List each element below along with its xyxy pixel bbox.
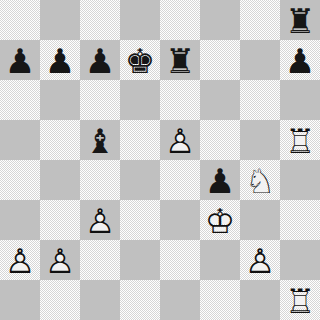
square-g3[interactable] bbox=[240, 200, 280, 240]
white-rook-outline-glyph: ♖ bbox=[280, 120, 320, 160]
square-a6[interactable] bbox=[0, 80, 40, 120]
square-a4[interactable] bbox=[0, 160, 40, 200]
piece-black-bishop: ♝ bbox=[80, 120, 120, 160]
square-h5[interactable]: ♜♖ bbox=[280, 120, 320, 160]
black-king-glyph: ♚ bbox=[120, 40, 160, 80]
piece-black-pawn: ♟ bbox=[200, 160, 240, 200]
piece-white-pawn: ♟♙ bbox=[80, 200, 120, 240]
square-h2[interactable] bbox=[280, 240, 320, 280]
piece-black-rook: ♜ bbox=[280, 0, 320, 40]
piece-white-rook: ♜♖ bbox=[280, 120, 320, 160]
white-rook-outline-glyph: ♖ bbox=[280, 280, 320, 320]
square-b8[interactable] bbox=[40, 0, 80, 40]
square-d6[interactable] bbox=[120, 80, 160, 120]
square-h6[interactable] bbox=[280, 80, 320, 120]
white-pawn-outline-glyph: ♙ bbox=[160, 120, 200, 160]
square-a3[interactable] bbox=[0, 200, 40, 240]
piece-white-knight: ♞♘ bbox=[240, 160, 280, 200]
black-pawn-glyph: ♟ bbox=[280, 40, 320, 80]
square-d8[interactable] bbox=[120, 0, 160, 40]
black-pawn-glyph: ♟ bbox=[200, 160, 240, 200]
square-f7[interactable] bbox=[200, 40, 240, 80]
piece-white-pawn: ♟♙ bbox=[160, 120, 200, 160]
white-king-outline-glyph: ♔ bbox=[200, 200, 240, 240]
square-b6[interactable] bbox=[40, 80, 80, 120]
square-h3[interactable] bbox=[280, 200, 320, 240]
black-pawn-glyph: ♟ bbox=[40, 40, 80, 80]
square-e7[interactable]: ♜ bbox=[160, 40, 200, 80]
square-b7[interactable]: ♟ bbox=[40, 40, 80, 80]
square-e3[interactable] bbox=[160, 200, 200, 240]
square-b2[interactable]: ♟♙ bbox=[40, 240, 80, 280]
square-h8[interactable]: ♜ bbox=[280, 0, 320, 40]
square-e8[interactable] bbox=[160, 0, 200, 40]
piece-black-pawn: ♟ bbox=[40, 40, 80, 80]
square-d5[interactable] bbox=[120, 120, 160, 160]
white-knight-outline-glyph: ♘ bbox=[240, 160, 280, 200]
square-d3[interactable] bbox=[120, 200, 160, 240]
square-g4[interactable]: ♞♘ bbox=[240, 160, 280, 200]
piece-black-pawn: ♟ bbox=[80, 40, 120, 80]
piece-white-rook: ♜♖ bbox=[280, 280, 320, 320]
black-bishop-glyph: ♝ bbox=[80, 120, 120, 160]
square-d1[interactable] bbox=[120, 280, 160, 320]
piece-white-pawn: ♟♙ bbox=[240, 240, 280, 280]
square-d4[interactable] bbox=[120, 160, 160, 200]
square-e6[interactable] bbox=[160, 80, 200, 120]
square-b4[interactable] bbox=[40, 160, 80, 200]
square-c2[interactable] bbox=[80, 240, 120, 280]
square-d2[interactable] bbox=[120, 240, 160, 280]
square-a2[interactable]: ♟♙ bbox=[0, 240, 40, 280]
square-b5[interactable] bbox=[40, 120, 80, 160]
chess-board: ♜♟♟♟♚♜♟♝♟♙♜♖♟♞♘♟♙♚♔♟♙♟♙♟♙♜♖ bbox=[0, 0, 320, 320]
black-rook-glyph: ♜ bbox=[160, 40, 200, 80]
square-f8[interactable] bbox=[200, 0, 240, 40]
black-rook-glyph: ♜ bbox=[280, 0, 320, 40]
square-e4[interactable] bbox=[160, 160, 200, 200]
square-g5[interactable] bbox=[240, 120, 280, 160]
square-a5[interactable] bbox=[0, 120, 40, 160]
piece-white-king: ♚♔ bbox=[200, 200, 240, 240]
piece-black-pawn: ♟ bbox=[0, 40, 40, 80]
square-g8[interactable] bbox=[240, 0, 280, 40]
square-c8[interactable] bbox=[80, 0, 120, 40]
square-f6[interactable] bbox=[200, 80, 240, 120]
square-f2[interactable] bbox=[200, 240, 240, 280]
piece-white-pawn: ♟♙ bbox=[0, 240, 40, 280]
piece-white-pawn: ♟♙ bbox=[40, 240, 80, 280]
square-f5[interactable] bbox=[200, 120, 240, 160]
square-h1[interactable]: ♜♖ bbox=[280, 280, 320, 320]
square-e2[interactable] bbox=[160, 240, 200, 280]
square-g2[interactable]: ♟♙ bbox=[240, 240, 280, 280]
white-pawn-outline-glyph: ♙ bbox=[80, 200, 120, 240]
square-c6[interactable] bbox=[80, 80, 120, 120]
square-c7[interactable]: ♟ bbox=[80, 40, 120, 80]
square-c5[interactable]: ♝ bbox=[80, 120, 120, 160]
square-b3[interactable] bbox=[40, 200, 80, 240]
square-c1[interactable] bbox=[80, 280, 120, 320]
square-a1[interactable] bbox=[0, 280, 40, 320]
square-g1[interactable] bbox=[240, 280, 280, 320]
white-pawn-outline-glyph: ♙ bbox=[0, 240, 40, 280]
square-h4[interactable] bbox=[280, 160, 320, 200]
square-c4[interactable] bbox=[80, 160, 120, 200]
piece-black-rook: ♜ bbox=[160, 40, 200, 80]
black-pawn-glyph: ♟ bbox=[80, 40, 120, 80]
square-g6[interactable] bbox=[240, 80, 280, 120]
square-b1[interactable] bbox=[40, 280, 80, 320]
square-e5[interactable]: ♟♙ bbox=[160, 120, 200, 160]
square-f1[interactable] bbox=[200, 280, 240, 320]
square-c3[interactable]: ♟♙ bbox=[80, 200, 120, 240]
square-f3[interactable]: ♚♔ bbox=[200, 200, 240, 240]
piece-black-king: ♚ bbox=[120, 40, 160, 80]
piece-black-pawn: ♟ bbox=[280, 40, 320, 80]
square-e1[interactable] bbox=[160, 280, 200, 320]
square-d7[interactable]: ♚ bbox=[120, 40, 160, 80]
black-pawn-glyph: ♟ bbox=[0, 40, 40, 80]
white-pawn-outline-glyph: ♙ bbox=[40, 240, 80, 280]
square-f4[interactable]: ♟ bbox=[200, 160, 240, 200]
square-a8[interactable] bbox=[0, 0, 40, 40]
square-h7[interactable]: ♟ bbox=[280, 40, 320, 80]
square-a7[interactable]: ♟ bbox=[0, 40, 40, 80]
white-pawn-outline-glyph: ♙ bbox=[240, 240, 280, 280]
square-g7[interactable] bbox=[240, 40, 280, 80]
